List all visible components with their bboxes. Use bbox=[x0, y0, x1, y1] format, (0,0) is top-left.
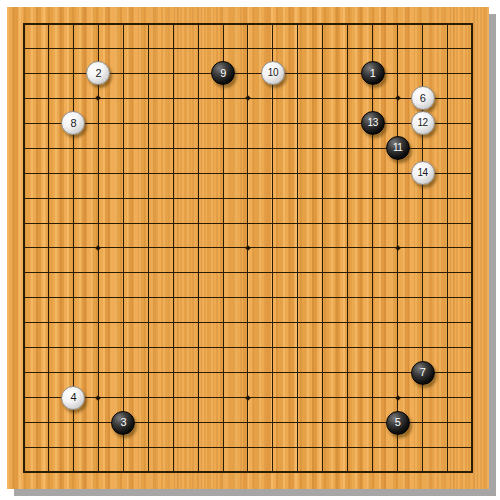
stone-black-move-1: 1 bbox=[361, 61, 385, 85]
go-diagram-page: 1234567891011121314 bbox=[0, 0, 500, 500]
stone-black-move-3: 3 bbox=[111, 411, 135, 435]
stone-white-move-14: 14 bbox=[411, 161, 435, 185]
go-board[interactable]: 1234567891011121314 bbox=[7, 7, 489, 489]
stone-white-move-4: 4 bbox=[61, 386, 85, 410]
stone-move-number: 6 bbox=[420, 93, 426, 104]
stone-move-number: 5 bbox=[395, 417, 401, 428]
stone-move-number: 9 bbox=[220, 68, 226, 79]
stone-move-number: 8 bbox=[71, 118, 77, 129]
stone-move-number: 11 bbox=[393, 143, 402, 153]
stone-black-move-9: 9 bbox=[211, 61, 235, 85]
stone-white-move-12: 12 bbox=[411, 111, 435, 135]
stone-move-number: 13 bbox=[368, 118, 378, 128]
stone-move-number: 10 bbox=[268, 68, 278, 78]
stone-move-number: 14 bbox=[417, 168, 427, 178]
stone-move-number: 3 bbox=[120, 417, 126, 428]
stone-black-move-7: 7 bbox=[411, 361, 435, 385]
stone-move-number: 1 bbox=[370, 68, 376, 79]
stone-black-move-11: 11 bbox=[386, 136, 410, 160]
stone-white-move-2: 2 bbox=[86, 61, 110, 85]
stone-white-move-6: 6 bbox=[411, 86, 435, 110]
stone-black-move-5: 5 bbox=[386, 411, 410, 435]
stone-white-move-8: 8 bbox=[61, 111, 85, 135]
stone-black-move-13: 13 bbox=[361, 111, 385, 135]
stone-move-number: 4 bbox=[71, 392, 77, 403]
stone-move-number: 12 bbox=[417, 118, 427, 128]
stone-move-number: 7 bbox=[420, 367, 426, 378]
stone-white-move-10: 10 bbox=[261, 61, 285, 85]
stone-move-number: 2 bbox=[96, 68, 102, 79]
